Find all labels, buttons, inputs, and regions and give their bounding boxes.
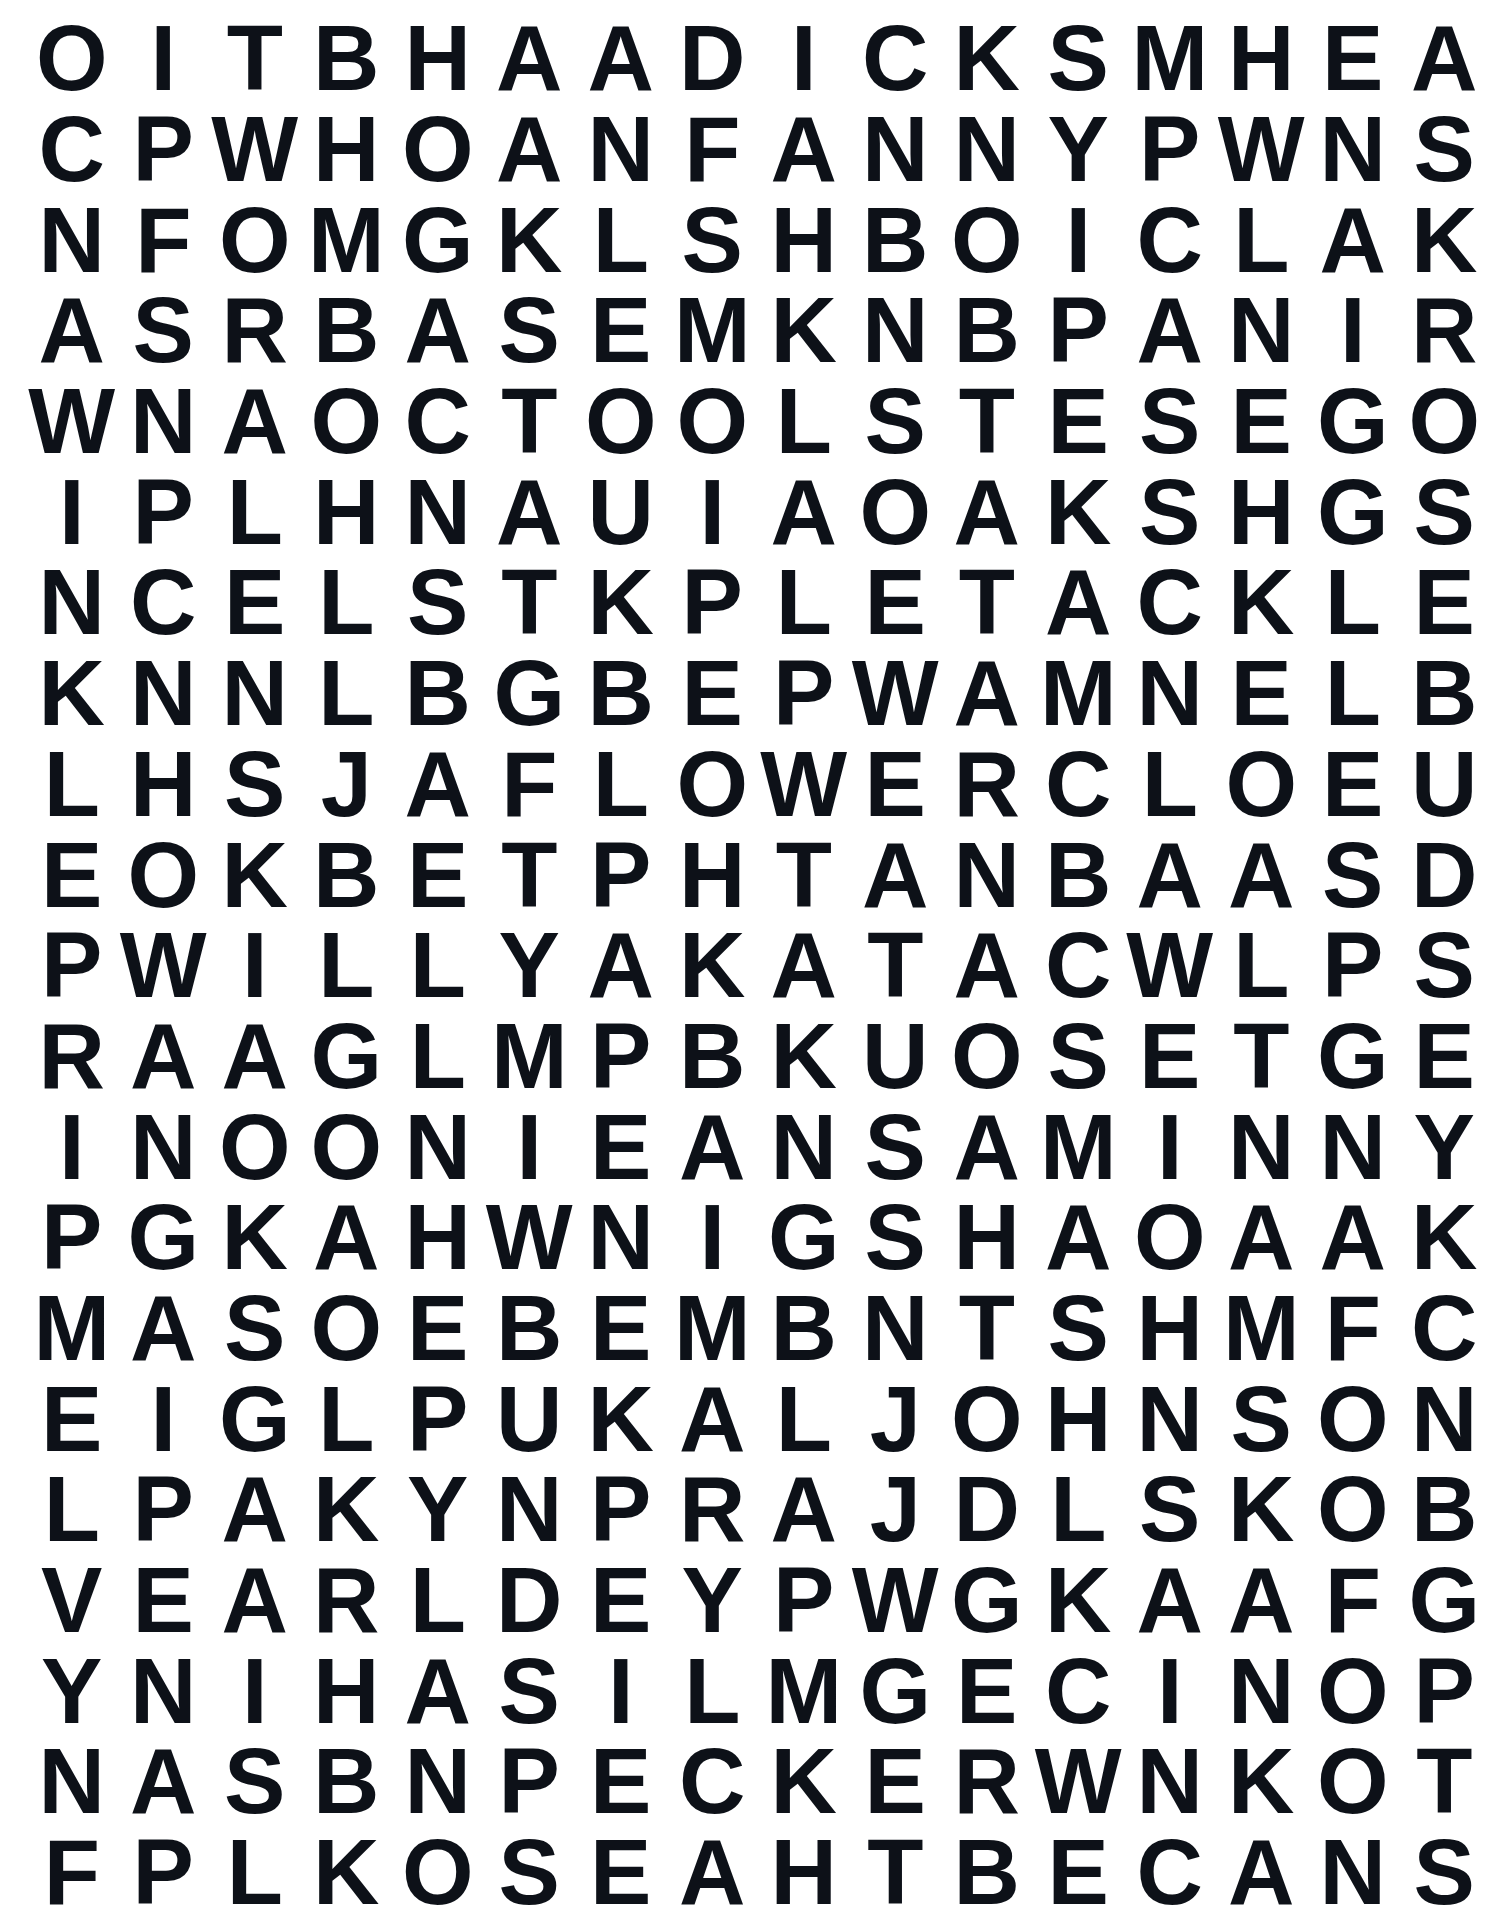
grid-cell-r12c5[interactable]: L xyxy=(392,1011,484,1102)
grid-cell-r16c5[interactable]: P xyxy=(392,1373,484,1464)
grid-cell-r11c14[interactable]: L xyxy=(1216,920,1308,1011)
grid-cell-r8c9[interactable]: P xyxy=(758,648,850,739)
grid-cell-r4c4[interactable]: B xyxy=(301,285,393,376)
grid-cell-r11c12[interactable]: C xyxy=(1033,920,1125,1011)
grid-cell-r5c12[interactable]: E xyxy=(1033,376,1125,467)
grid-cell-r5c6[interactable]: T xyxy=(484,376,576,467)
grid-cell-r13c7[interactable]: E xyxy=(575,1101,667,1192)
grid-cell-r14c13[interactable]: O xyxy=(1124,1192,1216,1283)
grid-cell-r4c16[interactable]: R xyxy=(1399,285,1491,376)
grid-cell-r21c13[interactable]: C xyxy=(1124,1827,1216,1918)
grid-cell-r11c1[interactable]: P xyxy=(26,920,118,1011)
grid-cell-r18c9[interactable]: P xyxy=(758,1555,850,1646)
grid-cell-r14c15[interactable]: A xyxy=(1307,1192,1399,1283)
grid-cell-r14c4[interactable]: A xyxy=(301,1192,393,1283)
grid-cell-r15c15[interactable]: F xyxy=(1307,1283,1399,1374)
grid-cell-r3c14[interactable]: L xyxy=(1216,194,1308,285)
grid-cell-r1c12[interactable]: S xyxy=(1033,13,1125,104)
grid-cell-r17c5[interactable]: Y xyxy=(392,1464,484,1555)
grid-cell-r18c10[interactable]: W xyxy=(850,1555,942,1646)
grid-cell-r3c6[interactable]: K xyxy=(484,194,576,285)
grid-cell-r19c3[interactable]: I xyxy=(209,1645,301,1736)
grid-cell-r1c10[interactable]: C xyxy=(850,13,942,104)
grid-cell-r1c13[interactable]: M xyxy=(1124,13,1216,104)
grid-cell-r20c10[interactable]: E xyxy=(850,1736,942,1827)
grid-cell-r14c12[interactable]: A xyxy=(1033,1192,1125,1283)
grid-cell-r21c15[interactable]: N xyxy=(1307,1827,1399,1918)
grid-cell-r7c12[interactable]: A xyxy=(1033,557,1125,648)
grid-cell-r20c2[interactable]: A xyxy=(118,1736,210,1827)
grid-cell-r13c8[interactable]: A xyxy=(667,1101,759,1192)
grid-cell-r18c6[interactable]: D xyxy=(484,1555,576,1646)
grid-cell-r10c8[interactable]: H xyxy=(667,829,759,920)
grid-cell-r5c10[interactable]: S xyxy=(850,376,942,467)
grid-cell-r7c1[interactable]: N xyxy=(26,557,118,648)
grid-cell-r4c13[interactable]: A xyxy=(1124,285,1216,376)
grid-cell-r4c3[interactable]: R xyxy=(209,285,301,376)
grid-cell-r12c1[interactable]: R xyxy=(26,1011,118,1102)
grid-cell-r21c8[interactable]: A xyxy=(667,1827,759,1918)
grid-cell-r11c4[interactable]: L xyxy=(301,920,393,1011)
grid-cell-r1c11[interactable]: K xyxy=(941,13,1033,104)
grid-cell-r10c14[interactable]: A xyxy=(1216,829,1308,920)
grid-cell-r2c12[interactable]: Y xyxy=(1033,104,1125,195)
grid-cell-r2c14[interactable]: W xyxy=(1216,104,1308,195)
grid-cell-r19c14[interactable]: N xyxy=(1216,1645,1308,1736)
grid-cell-r8c10[interactable]: W xyxy=(850,648,942,739)
grid-cell-r2c16[interactable]: S xyxy=(1399,104,1491,195)
grid-cell-r5c13[interactable]: S xyxy=(1124,376,1216,467)
grid-cell-r2c4[interactable]: H xyxy=(301,104,393,195)
grid-cell-r12c15[interactable]: G xyxy=(1307,1011,1399,1102)
grid-cell-r16c1[interactable]: E xyxy=(26,1373,118,1464)
grid-cell-r19c10[interactable]: G xyxy=(850,1645,942,1736)
grid-cell-r10c16[interactable]: D xyxy=(1399,829,1491,920)
grid-cell-r14c7[interactable]: N xyxy=(575,1192,667,1283)
grid-cell-r1c8[interactable]: D xyxy=(667,13,759,104)
grid-cell-r8c13[interactable]: N xyxy=(1124,648,1216,739)
grid-cell-r5c14[interactable]: E xyxy=(1216,376,1308,467)
grid-cell-r7c15[interactable]: L xyxy=(1307,557,1399,648)
grid-cell-r18c3[interactable]: A xyxy=(209,1555,301,1646)
grid-cell-r4c12[interactable]: P xyxy=(1033,285,1125,376)
grid-cell-r4c8[interactable]: M xyxy=(667,285,759,376)
grid-cell-r13c1[interactable]: I xyxy=(26,1101,118,1192)
grid-cell-r5c4[interactable]: O xyxy=(301,376,393,467)
grid-cell-r11c5[interactable]: L xyxy=(392,920,484,1011)
grid-cell-r3c12[interactable]: I xyxy=(1033,194,1125,285)
grid-cell-r4c9[interactable]: K xyxy=(758,285,850,376)
grid-cell-r7c5[interactable]: S xyxy=(392,557,484,648)
grid-cell-r1c2[interactable]: I xyxy=(118,13,210,104)
grid-cell-r20c16[interactable]: T xyxy=(1399,1736,1491,1827)
grid-cell-r20c7[interactable]: E xyxy=(575,1736,667,1827)
grid-cell-r7c11[interactable]: T xyxy=(941,557,1033,648)
grid-cell-r20c3[interactable]: S xyxy=(209,1736,301,1827)
grid-cell-r20c11[interactable]: R xyxy=(941,1736,1033,1827)
grid-cell-r3c5[interactable]: G xyxy=(392,194,484,285)
grid-cell-r11c10[interactable]: T xyxy=(850,920,942,1011)
grid-cell-r1c5[interactable]: H xyxy=(392,13,484,104)
grid-cell-r1c14[interactable]: H xyxy=(1216,13,1308,104)
grid-cell-r5c9[interactable]: L xyxy=(758,376,850,467)
grid-cell-r6c9[interactable]: A xyxy=(758,466,850,557)
grid-cell-r12c4[interactable]: G xyxy=(301,1011,393,1102)
grid-cell-r13c10[interactable]: S xyxy=(850,1101,942,1192)
grid-cell-r15c8[interactable]: M xyxy=(667,1283,759,1374)
grid-cell-r5c11[interactable]: T xyxy=(941,376,1033,467)
grid-cell-r13c4[interactable]: O xyxy=(301,1101,393,1192)
grid-cell-r19c6[interactable]: S xyxy=(484,1645,576,1736)
grid-cell-r6c2[interactable]: P xyxy=(118,466,210,557)
grid-cell-r19c1[interactable]: Y xyxy=(26,1645,118,1736)
grid-cell-r3c2[interactable]: F xyxy=(118,194,210,285)
grid-cell-r20c12[interactable]: W xyxy=(1033,1736,1125,1827)
grid-cell-r16c7[interactable]: K xyxy=(575,1373,667,1464)
grid-cell-r14c8[interactable]: I xyxy=(667,1192,759,1283)
grid-cell-r9c5[interactable]: A xyxy=(392,739,484,830)
grid-cell-r10c10[interactable]: A xyxy=(850,829,942,920)
grid-cell-r8c12[interactable]: M xyxy=(1033,648,1125,739)
grid-cell-r17c9[interactable]: A xyxy=(758,1464,850,1555)
grid-cell-r15c11[interactable]: T xyxy=(941,1283,1033,1374)
grid-cell-r15c16[interactable]: C xyxy=(1399,1283,1491,1374)
grid-cell-r11c2[interactable]: W xyxy=(118,920,210,1011)
grid-cell-r16c2[interactable]: I xyxy=(118,1373,210,1464)
grid-cell-r17c16[interactable]: B xyxy=(1399,1464,1491,1555)
grid-cell-r19c16[interactable]: P xyxy=(1399,1645,1491,1736)
grid-cell-r9c10[interactable]: E xyxy=(850,739,942,830)
grid-cell-r16c13[interactable]: N xyxy=(1124,1373,1216,1464)
grid-cell-r7c13[interactable]: C xyxy=(1124,557,1216,648)
grid-cell-r21c16[interactable]: S xyxy=(1399,1827,1491,1918)
grid-cell-r11c3[interactable]: I xyxy=(209,920,301,1011)
grid-cell-r14c14[interactable]: A xyxy=(1216,1192,1308,1283)
grid-cell-r14c6[interactable]: W xyxy=(484,1192,576,1283)
grid-cell-r18c13[interactable]: A xyxy=(1124,1555,1216,1646)
grid-cell-r14c3[interactable]: K xyxy=(209,1192,301,1283)
grid-cell-r6c15[interactable]: G xyxy=(1307,466,1399,557)
grid-cell-r10c7[interactable]: P xyxy=(575,829,667,920)
grid-cell-r9c6[interactable]: F xyxy=(484,739,576,830)
grid-cell-r12c11[interactable]: O xyxy=(941,1011,1033,1102)
grid-cell-r9c4[interactable]: J xyxy=(301,739,393,830)
grid-cell-r15c10[interactable]: N xyxy=(850,1283,942,1374)
grid-cell-r9c8[interactable]: O xyxy=(667,739,759,830)
grid-cell-r5c1[interactable]: W xyxy=(26,376,118,467)
grid-cell-r8c11[interactable]: A xyxy=(941,648,1033,739)
grid-cell-r5c8[interactable]: O xyxy=(667,376,759,467)
grid-cell-r6c7[interactable]: U xyxy=(575,466,667,557)
grid-cell-r14c5[interactable]: H xyxy=(392,1192,484,1283)
grid-cell-r9c2[interactable]: H xyxy=(118,739,210,830)
grid-cell-r8c14[interactable]: E xyxy=(1216,648,1308,739)
grid-cell-r6c1[interactable]: I xyxy=(26,466,118,557)
grid-cell-r20c13[interactable]: N xyxy=(1124,1736,1216,1827)
grid-cell-r17c7[interactable]: P xyxy=(575,1464,667,1555)
grid-cell-r15c7[interactable]: E xyxy=(575,1283,667,1374)
grid-cell-r2c10[interactable]: N xyxy=(850,104,942,195)
grid-cell-r17c12[interactable]: L xyxy=(1033,1464,1125,1555)
grid-cell-r15c14[interactable]: M xyxy=(1216,1283,1308,1374)
grid-cell-r2c9[interactable]: A xyxy=(758,104,850,195)
grid-cell-r19c12[interactable]: C xyxy=(1033,1645,1125,1736)
grid-cell-r9c12[interactable]: C xyxy=(1033,739,1125,830)
grid-cell-r8c15[interactable]: L xyxy=(1307,648,1399,739)
grid-cell-r20c15[interactable]: O xyxy=(1307,1736,1399,1827)
grid-cell-r21c3[interactable]: L xyxy=(209,1827,301,1918)
grid-cell-r11c9[interactable]: A xyxy=(758,920,850,1011)
grid-cell-r10c13[interactable]: A xyxy=(1124,829,1216,920)
grid-cell-r20c4[interactable]: B xyxy=(301,1736,393,1827)
grid-cell-r8c1[interactable]: K xyxy=(26,648,118,739)
grid-cell-r5c3[interactable]: A xyxy=(209,376,301,467)
grid-cell-r16c3[interactable]: G xyxy=(209,1373,301,1464)
grid-cell-r3c10[interactable]: B xyxy=(850,194,942,285)
grid-cell-r3c13[interactable]: C xyxy=(1124,194,1216,285)
grid-cell-r9c16[interactable]: U xyxy=(1399,739,1491,830)
grid-cell-r12c2[interactable]: A xyxy=(118,1011,210,1102)
grid-cell-r2c6[interactable]: A xyxy=(484,104,576,195)
grid-cell-r10c15[interactable]: S xyxy=(1307,829,1399,920)
grid-cell-r16c14[interactable]: S xyxy=(1216,1373,1308,1464)
grid-cell-r3c3[interactable]: O xyxy=(209,194,301,285)
grid-cell-r13c12[interactable]: M xyxy=(1033,1101,1125,1192)
grid-cell-r10c6[interactable]: T xyxy=(484,829,576,920)
grid-cell-r8c6[interactable]: G xyxy=(484,648,576,739)
grid-cell-r3c16[interactable]: K xyxy=(1399,194,1491,285)
grid-cell-r7c4[interactable]: L xyxy=(301,557,393,648)
grid-cell-r3c11[interactable]: O xyxy=(941,194,1033,285)
grid-cell-r1c7[interactable]: A xyxy=(575,13,667,104)
grid-cell-r16c8[interactable]: A xyxy=(667,1373,759,1464)
grid-cell-r16c6[interactable]: U xyxy=(484,1373,576,1464)
grid-cell-r1c15[interactable]: E xyxy=(1307,13,1399,104)
grid-cell-r11c8[interactable]: K xyxy=(667,920,759,1011)
grid-cell-r16c16[interactable]: N xyxy=(1399,1373,1491,1464)
grid-cell-r4c10[interactable]: N xyxy=(850,285,942,376)
grid-cell-r2c11[interactable]: N xyxy=(941,104,1033,195)
grid-cell-r11c11[interactable]: A xyxy=(941,920,1033,1011)
grid-cell-r15c1[interactable]: M xyxy=(26,1283,118,1374)
grid-cell-r17c8[interactable]: R xyxy=(667,1464,759,1555)
grid-cell-r20c5[interactable]: N xyxy=(392,1736,484,1827)
grid-cell-r13c11[interactable]: A xyxy=(941,1101,1033,1192)
grid-cell-r19c11[interactable]: E xyxy=(941,1645,1033,1736)
grid-cell-r19c13[interactable]: I xyxy=(1124,1645,1216,1736)
grid-cell-r18c2[interactable]: E xyxy=(118,1555,210,1646)
grid-cell-r17c13[interactable]: S xyxy=(1124,1464,1216,1555)
grid-cell-r17c11[interactable]: D xyxy=(941,1464,1033,1555)
grid-cell-r20c9[interactable]: K xyxy=(758,1736,850,1827)
grid-cell-r20c1[interactable]: N xyxy=(26,1736,118,1827)
grid-cell-r21c2[interactable]: P xyxy=(118,1827,210,1918)
grid-cell-r7c9[interactable]: L xyxy=(758,557,850,648)
grid-cell-r16c9[interactable]: L xyxy=(758,1373,850,1464)
grid-cell-r8c7[interactable]: B xyxy=(575,648,667,739)
grid-cell-r19c2[interactable]: N xyxy=(118,1645,210,1736)
grid-cell-r10c5[interactable]: E xyxy=(392,829,484,920)
grid-cell-r7c3[interactable]: E xyxy=(209,557,301,648)
grid-cell-r11c7[interactable]: A xyxy=(575,920,667,1011)
grid-cell-r21c4[interactable]: K xyxy=(301,1827,393,1918)
grid-cell-r10c4[interactable]: B xyxy=(301,829,393,920)
grid-cell-r17c2[interactable]: P xyxy=(118,1464,210,1555)
grid-cell-r1c1[interactable]: O xyxy=(26,13,118,104)
grid-cell-r12c6[interactable]: M xyxy=(484,1011,576,1102)
grid-cell-r21c5[interactable]: O xyxy=(392,1827,484,1918)
grid-cell-r13c2[interactable]: N xyxy=(118,1101,210,1192)
grid-cell-r1c6[interactable]: A xyxy=(484,13,576,104)
grid-cell-r4c1[interactable]: A xyxy=(26,285,118,376)
grid-cell-r21c11[interactable]: B xyxy=(941,1827,1033,1918)
grid-cell-r11c15[interactable]: P xyxy=(1307,920,1399,1011)
grid-cell-r17c10[interactable]: J xyxy=(850,1464,942,1555)
grid-cell-r14c2[interactable]: G xyxy=(118,1192,210,1283)
grid-cell-r19c4[interactable]: H xyxy=(301,1645,393,1736)
grid-cell-r12c3[interactable]: A xyxy=(209,1011,301,1102)
grid-cell-r13c9[interactable]: N xyxy=(758,1101,850,1192)
grid-cell-r10c12[interactable]: B xyxy=(1033,829,1125,920)
grid-cell-r10c9[interactable]: T xyxy=(758,829,850,920)
grid-cell-r18c4[interactable]: R xyxy=(301,1555,393,1646)
grid-cell-r18c16[interactable]: G xyxy=(1399,1555,1491,1646)
grid-cell-r10c11[interactable]: N xyxy=(941,829,1033,920)
grid-cell-r15c2[interactable]: A xyxy=(118,1283,210,1374)
grid-cell-r15c4[interactable]: O xyxy=(301,1283,393,1374)
grid-cell-r7c6[interactable]: T xyxy=(484,557,576,648)
grid-cell-r9c3[interactable]: S xyxy=(209,739,301,830)
grid-cell-r20c8[interactable]: C xyxy=(667,1736,759,1827)
grid-cell-r18c5[interactable]: L xyxy=(392,1555,484,1646)
grid-cell-r11c16[interactable]: S xyxy=(1399,920,1491,1011)
grid-cell-r17c4[interactable]: K xyxy=(301,1464,393,1555)
grid-cell-r18c11[interactable]: G xyxy=(941,1555,1033,1646)
grid-cell-r6c16[interactable]: S xyxy=(1399,466,1491,557)
grid-cell-r19c5[interactable]: A xyxy=(392,1645,484,1736)
grid-cell-r1c4[interactable]: B xyxy=(301,13,393,104)
grid-cell-r1c9[interactable]: I xyxy=(758,13,850,104)
grid-cell-r14c16[interactable]: K xyxy=(1399,1192,1491,1283)
grid-cell-r5c15[interactable]: G xyxy=(1307,376,1399,467)
grid-cell-r2c5[interactable]: O xyxy=(392,104,484,195)
grid-cell-r8c3[interactable]: N xyxy=(209,648,301,739)
grid-cell-r14c11[interactable]: H xyxy=(941,1192,1033,1283)
grid-cell-r13c16[interactable]: Y xyxy=(1399,1101,1491,1192)
grid-cell-r5c16[interactable]: O xyxy=(1399,376,1491,467)
grid-cell-r13c5[interactable]: N xyxy=(392,1101,484,1192)
grid-cell-r14c10[interactable]: S xyxy=(850,1192,942,1283)
grid-cell-r7c16[interactable]: E xyxy=(1399,557,1491,648)
grid-cell-r14c9[interactable]: G xyxy=(758,1192,850,1283)
grid-cell-r6c11[interactable]: A xyxy=(941,466,1033,557)
grid-cell-r18c8[interactable]: Y xyxy=(667,1555,759,1646)
grid-cell-r8c16[interactable]: B xyxy=(1399,648,1491,739)
grid-cell-r8c4[interactable]: L xyxy=(301,648,393,739)
grid-cell-r13c14[interactable]: N xyxy=(1216,1101,1308,1192)
grid-cell-r20c6[interactable]: P xyxy=(484,1736,576,1827)
grid-cell-r2c15[interactable]: N xyxy=(1307,104,1399,195)
grid-cell-r19c8[interactable]: L xyxy=(667,1645,759,1736)
grid-cell-r9c13[interactable]: L xyxy=(1124,739,1216,830)
grid-cell-r8c8[interactable]: E xyxy=(667,648,759,739)
grid-cell-r16c12[interactable]: H xyxy=(1033,1373,1125,1464)
grid-cell-r4c6[interactable]: S xyxy=(484,285,576,376)
grid-cell-r15c9[interactable]: B xyxy=(758,1283,850,1374)
grid-cell-r9c14[interactable]: O xyxy=(1216,739,1308,830)
grid-cell-r2c1[interactable]: C xyxy=(26,104,118,195)
grid-cell-r21c1[interactable]: F xyxy=(26,1827,118,1918)
grid-cell-r10c2[interactable]: O xyxy=(118,829,210,920)
grid-cell-r5c2[interactable]: N xyxy=(118,376,210,467)
grid-cell-r10c3[interactable]: K xyxy=(209,829,301,920)
grid-cell-r2c2[interactable]: P xyxy=(118,104,210,195)
grid-cell-r4c11[interactable]: B xyxy=(941,285,1033,376)
grid-cell-r5c5[interactable]: C xyxy=(392,376,484,467)
grid-cell-r12c12[interactable]: S xyxy=(1033,1011,1125,1102)
grid-cell-r15c6[interactable]: B xyxy=(484,1283,576,1374)
grid-cell-r12c10[interactable]: U xyxy=(850,1011,942,1102)
grid-cell-r6c6[interactable]: A xyxy=(484,466,576,557)
grid-cell-r18c1[interactable]: V xyxy=(26,1555,118,1646)
grid-cell-r3c4[interactable]: M xyxy=(301,194,393,285)
grid-cell-r15c5[interactable]: E xyxy=(392,1283,484,1374)
grid-cell-r7c14[interactable]: K xyxy=(1216,557,1308,648)
grid-cell-r17c1[interactable]: L xyxy=(26,1464,118,1555)
grid-cell-r7c7[interactable]: K xyxy=(575,557,667,648)
grid-cell-r17c6[interactable]: N xyxy=(484,1464,576,1555)
grid-cell-r12c14[interactable]: T xyxy=(1216,1011,1308,1102)
grid-cell-r16c4[interactable]: L xyxy=(301,1373,393,1464)
grid-cell-r12c9[interactable]: K xyxy=(758,1011,850,1102)
grid-cell-r2c13[interactable]: P xyxy=(1124,104,1216,195)
grid-cell-r4c14[interactable]: N xyxy=(1216,285,1308,376)
grid-cell-r9c9[interactable]: W xyxy=(758,739,850,830)
grid-cell-r6c12[interactable]: K xyxy=(1033,466,1125,557)
grid-cell-r17c15[interactable]: O xyxy=(1307,1464,1399,1555)
grid-cell-r9c7[interactable]: L xyxy=(575,739,667,830)
grid-cell-r3c9[interactable]: H xyxy=(758,194,850,285)
grid-cell-r3c1[interactable]: N xyxy=(26,194,118,285)
grid-cell-r13c6[interactable]: I xyxy=(484,1101,576,1192)
grid-cell-r2c7[interactable]: N xyxy=(575,104,667,195)
grid-cell-r4c7[interactable]: E xyxy=(575,285,667,376)
grid-cell-r10c1[interactable]: E xyxy=(26,829,118,920)
grid-cell-r16c10[interactable]: J xyxy=(850,1373,942,1464)
grid-cell-r6c13[interactable]: S xyxy=(1124,466,1216,557)
grid-cell-r6c4[interactable]: H xyxy=(301,466,393,557)
grid-cell-r3c7[interactable]: L xyxy=(575,194,667,285)
grid-cell-r6c14[interactable]: H xyxy=(1216,466,1308,557)
grid-cell-r13c13[interactable]: I xyxy=(1124,1101,1216,1192)
grid-cell-r13c15[interactable]: N xyxy=(1307,1101,1399,1192)
grid-cell-r8c2[interactable]: N xyxy=(118,648,210,739)
grid-cell-r3c8[interactable]: S xyxy=(667,194,759,285)
grid-cell-r9c1[interactable]: L xyxy=(26,739,118,830)
grid-cell-r17c14[interactable]: K xyxy=(1216,1464,1308,1555)
grid-cell-r11c6[interactable]: Y xyxy=(484,920,576,1011)
grid-cell-r18c14[interactable]: A xyxy=(1216,1555,1308,1646)
grid-cell-r12c7[interactable]: P xyxy=(575,1011,667,1102)
grid-cell-r8c5[interactable]: B xyxy=(392,648,484,739)
grid-cell-r7c10[interactable]: E xyxy=(850,557,942,648)
grid-cell-r9c15[interactable]: E xyxy=(1307,739,1399,830)
grid-cell-r5c7[interactable]: O xyxy=(575,376,667,467)
grid-cell-r13c3[interactable]: O xyxy=(209,1101,301,1192)
grid-cell-r17c3[interactable]: A xyxy=(209,1464,301,1555)
grid-cell-r21c7[interactable]: E xyxy=(575,1827,667,1918)
grid-cell-r4c2[interactable]: S xyxy=(118,285,210,376)
